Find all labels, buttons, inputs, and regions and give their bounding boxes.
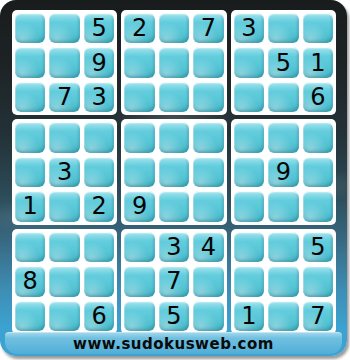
cell-r1c6: 7 <box>193 13 223 43</box>
cell-r4c5[interactable] <box>159 122 189 152</box>
box-2-3: 9 <box>231 119 336 224</box>
cell-r8c6[interactable] <box>193 266 223 296</box>
cell-r6c6[interactable] <box>193 191 223 221</box>
cell-r9c2[interactable] <box>49 301 79 331</box>
cell-r2c3: 9 <box>84 47 114 77</box>
cell-r9c7: 1 <box>234 301 264 331</box>
cell-r5c6[interactable] <box>193 157 223 187</box>
cell-r7c6: 4 <box>193 232 223 262</box>
cell-r2c9: 1 <box>303 47 333 77</box>
cell-r9c1[interactable] <box>15 301 45 331</box>
cell-r9c6[interactable] <box>193 301 223 331</box>
cell-r5c2: 3 <box>49 157 79 187</box>
cell-r7c9: 5 <box>303 232 333 262</box>
cell-r6c4: 9 <box>124 191 154 221</box>
website-text: www.sudokusweb.com <box>73 335 274 353</box>
box-1-2: 27 <box>121 10 226 115</box>
cell-r8c1: 8 <box>15 266 45 296</box>
cell-r8c8[interactable] <box>268 266 298 296</box>
cell-r4c7[interactable] <box>234 122 264 152</box>
cell-r6c5[interactable] <box>159 191 189 221</box>
cell-r6c9[interactable] <box>303 191 333 221</box>
cell-r7c7[interactable] <box>234 232 264 262</box>
cell-r7c8[interactable] <box>268 232 298 262</box>
cell-r8c3[interactable] <box>84 266 114 296</box>
box-1-1: 5973 <box>12 10 117 115</box>
cell-r7c2[interactable] <box>49 232 79 262</box>
cell-r5c1[interactable] <box>15 157 45 187</box>
cell-r1c5[interactable] <box>159 13 189 43</box>
cell-r3c4[interactable] <box>124 82 154 112</box>
cell-r3c5[interactable] <box>159 82 189 112</box>
cell-r1c3: 5 <box>84 13 114 43</box>
cell-r1c1[interactable] <box>15 13 45 43</box>
box-2-2: 9 <box>121 119 226 224</box>
cell-r5c8: 9 <box>268 157 298 187</box>
box-2-1: 312 <box>12 119 117 224</box>
box-1-3: 3516 <box>231 10 336 115</box>
cell-r7c5: 3 <box>159 232 189 262</box>
cell-r5c4[interactable] <box>124 157 154 187</box>
cell-r5c7[interactable] <box>234 157 264 187</box>
box-3-1: 86 <box>12 229 117 334</box>
cell-r5c5[interactable] <box>159 157 189 187</box>
cell-r2c8: 5 <box>268 47 298 77</box>
cell-r2c2[interactable] <box>49 47 79 77</box>
cell-r1c4: 2 <box>124 13 154 43</box>
cell-r8c7[interactable] <box>234 266 264 296</box>
board-frame: 597327351631299863475517 www.sudokusweb.… <box>0 0 347 356</box>
cell-r6c8[interactable] <box>268 191 298 221</box>
cell-r9c4[interactable] <box>124 301 154 331</box>
cell-r3c6[interactable] <box>193 82 223 112</box>
cell-r4c6[interactable] <box>193 122 223 152</box>
cell-r9c5: 5 <box>159 301 189 331</box>
cell-r3c1[interactable] <box>15 82 45 112</box>
cell-r2c6[interactable] <box>193 47 223 77</box>
cell-r3c7[interactable] <box>234 82 264 112</box>
cell-r2c1[interactable] <box>15 47 45 77</box>
sudoku-board: 597327351631299863475517 <box>12 10 336 334</box>
cell-r6c1: 1 <box>15 191 45 221</box>
cell-r4c2[interactable] <box>49 122 79 152</box>
cell-r2c7[interactable] <box>234 47 264 77</box>
cell-r7c3[interactable] <box>84 232 114 262</box>
cell-r5c9[interactable] <box>303 157 333 187</box>
cell-r6c2[interactable] <box>49 191 79 221</box>
cell-r2c5[interactable] <box>159 47 189 77</box>
box-3-3: 517 <box>231 229 336 334</box>
cell-r7c1[interactable] <box>15 232 45 262</box>
cell-r4c3[interactable] <box>84 122 114 152</box>
cell-r3c2: 7 <box>49 82 79 112</box>
cell-r8c9[interactable] <box>303 266 333 296</box>
box-3-2: 3475 <box>121 229 226 334</box>
cell-r4c1[interactable] <box>15 122 45 152</box>
cell-r3c8[interactable] <box>268 82 298 112</box>
cell-r1c7: 3 <box>234 13 264 43</box>
cell-r4c9[interactable] <box>303 122 333 152</box>
cell-r8c5: 7 <box>159 266 189 296</box>
cell-r8c2[interactable] <box>49 266 79 296</box>
cell-r3c9: 6 <box>303 82 333 112</box>
cell-r6c3: 2 <box>84 191 114 221</box>
cell-r9c3: 6 <box>84 301 114 331</box>
cell-r4c4[interactable] <box>124 122 154 152</box>
cell-r9c9: 7 <box>303 301 333 331</box>
cell-r3c3: 3 <box>84 82 114 112</box>
cell-r1c8[interactable] <box>268 13 298 43</box>
cell-r6c7[interactable] <box>234 191 264 221</box>
footer-bar: www.sudokusweb.com <box>5 332 342 354</box>
cell-r8c4[interactable] <box>124 266 154 296</box>
cell-r2c4[interactable] <box>124 47 154 77</box>
cell-r1c9[interactable] <box>303 13 333 43</box>
cell-r9c8[interactable] <box>268 301 298 331</box>
cell-r5c3[interactable] <box>84 157 114 187</box>
cell-r7c4[interactable] <box>124 232 154 262</box>
cell-r1c2[interactable] <box>49 13 79 43</box>
cell-r4c8[interactable] <box>268 122 298 152</box>
